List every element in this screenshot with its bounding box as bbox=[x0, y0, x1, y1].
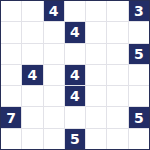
clue-cell-r5c0[interactable]: 7 bbox=[1, 107, 21, 127]
clue-cell-r0c2[interactable]: 4 bbox=[44, 1, 64, 21]
empty-cell-r1c6[interactable] bbox=[129, 22, 149, 42]
empty-cell-r1c2[interactable] bbox=[44, 22, 64, 42]
empty-cell-r0c1[interactable] bbox=[22, 1, 42, 21]
empty-cell-r2c0[interactable] bbox=[1, 44, 21, 64]
empty-cell-r1c5[interactable] bbox=[107, 22, 127, 42]
empty-cell-r5c1[interactable] bbox=[22, 107, 42, 127]
empty-cell-r4c1[interactable] bbox=[22, 86, 42, 106]
empty-cell-r6c4[interactable] bbox=[86, 129, 106, 149]
empty-cell-r4c5[interactable] bbox=[107, 86, 127, 106]
clue-cell-r3c1[interactable]: 4 bbox=[22, 65, 42, 85]
clue-cell-r4c3[interactable]: 4 bbox=[65, 86, 85, 106]
empty-cell-r5c2[interactable] bbox=[44, 107, 64, 127]
empty-cell-r3c4[interactable] bbox=[86, 65, 106, 85]
empty-cell-r4c6[interactable] bbox=[129, 86, 149, 106]
empty-cell-r1c4[interactable] bbox=[86, 22, 106, 42]
clue-cell-r5c6[interactable]: 5 bbox=[129, 107, 149, 127]
clue-cell-r6c3[interactable]: 5 bbox=[65, 129, 85, 149]
empty-cell-r4c2[interactable] bbox=[44, 86, 64, 106]
empty-cell-r0c4[interactable] bbox=[86, 1, 106, 21]
empty-cell-r2c1[interactable] bbox=[22, 44, 42, 64]
empty-cell-r0c3[interactable] bbox=[65, 1, 85, 21]
empty-cell-r6c6[interactable] bbox=[129, 129, 149, 149]
empty-cell-r1c1[interactable] bbox=[22, 22, 42, 42]
puzzle-board: 4345444755 bbox=[0, 0, 150, 150]
empty-cell-r6c5[interactable] bbox=[107, 129, 127, 149]
empty-cell-r3c5[interactable] bbox=[107, 65, 127, 85]
empty-cell-r0c0[interactable] bbox=[1, 1, 21, 21]
empty-cell-r5c3[interactable] bbox=[65, 107, 85, 127]
empty-cell-r6c0[interactable] bbox=[1, 129, 21, 149]
empty-cell-r3c6[interactable] bbox=[129, 65, 149, 85]
empty-cell-r2c2[interactable] bbox=[44, 44, 64, 64]
empty-cell-r5c4[interactable] bbox=[86, 107, 106, 127]
empty-cell-r3c0[interactable] bbox=[1, 65, 21, 85]
empty-cell-r5c5[interactable] bbox=[107, 107, 127, 127]
empty-cell-r6c2[interactable] bbox=[44, 129, 64, 149]
clue-cell-r3c3[interactable]: 4 bbox=[65, 65, 85, 85]
empty-cell-r4c0[interactable] bbox=[1, 86, 21, 106]
empty-cell-r4c4[interactable] bbox=[86, 86, 106, 106]
empty-cell-r3c2[interactable] bbox=[44, 65, 64, 85]
clue-cell-r2c6[interactable]: 5 bbox=[129, 44, 149, 64]
empty-cell-r6c1[interactable] bbox=[22, 129, 42, 149]
empty-cell-r1c0[interactable] bbox=[1, 22, 21, 42]
empty-cell-r0c5[interactable] bbox=[107, 1, 127, 21]
empty-cell-r2c3[interactable] bbox=[65, 44, 85, 64]
clue-cell-r1c3[interactable]: 4 bbox=[65, 22, 85, 42]
clue-cell-r0c6[interactable]: 3 bbox=[129, 1, 149, 21]
empty-cell-r2c4[interactable] bbox=[86, 44, 106, 64]
empty-cell-r2c5[interactable] bbox=[107, 44, 127, 64]
